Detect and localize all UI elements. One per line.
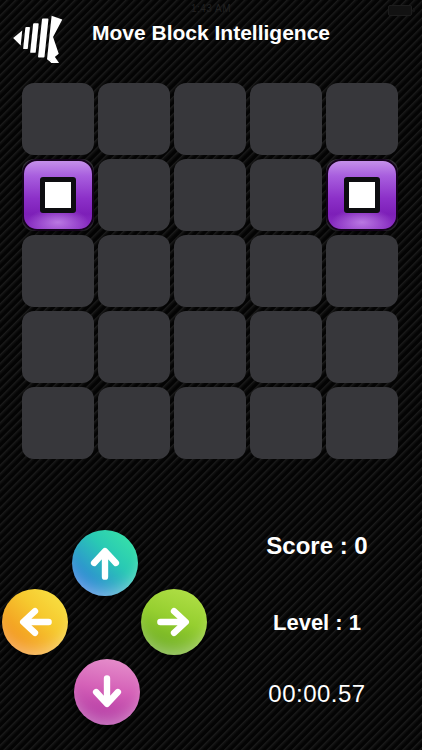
board-cell — [326, 311, 398, 383]
board-cell — [22, 387, 94, 459]
move-up-button[interactable] — [72, 530, 138, 596]
board-cell — [250, 387, 322, 459]
board-cell — [22, 311, 94, 383]
board-cell — [250, 159, 322, 231]
board-cell — [326, 387, 398, 459]
board-cell — [326, 235, 398, 307]
arrow-up-icon — [85, 543, 125, 583]
board-cell — [326, 83, 398, 155]
level-display: Level : 1 — [237, 610, 397, 636]
arrow-left-icon — [15, 602, 55, 642]
board-cell — [250, 83, 322, 155]
board-cell — [22, 83, 94, 155]
timer-display: 00:00.57 — [237, 680, 397, 708]
board-cell — [98, 159, 170, 231]
move-right-button[interactable] — [141, 589, 207, 655]
block-inner-square — [344, 177, 380, 213]
board-cell — [174, 83, 246, 155]
block-inner-square — [40, 177, 76, 213]
board — [22, 83, 398, 459]
arrow-down-icon — [87, 672, 127, 712]
purple-block[interactable] — [326, 159, 398, 231]
board-cell — [22, 235, 94, 307]
battery-icon — [388, 5, 412, 16]
board-cell — [98, 83, 170, 155]
board-cell — [174, 159, 246, 231]
page-title: Move Block Intelligence — [0, 21, 422, 45]
board-cell — [250, 235, 322, 307]
board-cell — [22, 159, 94, 231]
board-cell — [98, 387, 170, 459]
arrow-right-icon — [154, 602, 194, 642]
board-cell — [174, 387, 246, 459]
board-cell — [174, 235, 246, 307]
move-down-button[interactable] — [74, 659, 140, 725]
board-cell — [98, 235, 170, 307]
app-screen: 1:43 AM Move Block Intelligence — [0, 0, 422, 750]
board-cell — [174, 311, 246, 383]
board-cell — [326, 159, 398, 231]
board-cell — [98, 311, 170, 383]
move-left-button[interactable] — [2, 589, 68, 655]
board-cell — [250, 311, 322, 383]
score-display: Score : 0 — [237, 532, 397, 560]
purple-block[interactable] — [22, 159, 94, 231]
